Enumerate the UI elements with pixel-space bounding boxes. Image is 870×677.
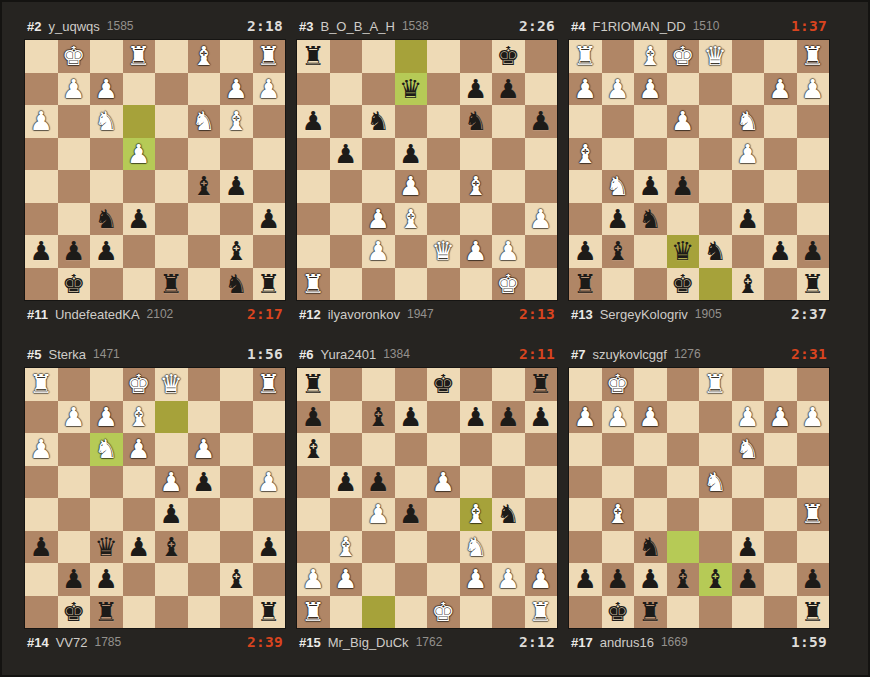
board-square xyxy=(427,105,460,138)
board-square: ♟ xyxy=(220,73,253,106)
white-pawn-piece: ♟ xyxy=(155,466,188,499)
board-square: ♟ xyxy=(395,401,428,434)
white-pawn-piece: ♟ xyxy=(460,235,493,268)
white-pawn-piece: ♟ xyxy=(362,498,395,531)
board-square xyxy=(362,73,395,106)
board-square xyxy=(732,466,765,499)
board-square xyxy=(220,368,253,401)
board-square: ♜ xyxy=(797,268,830,301)
board-square xyxy=(525,138,558,171)
white-pawn-piece: ♟ xyxy=(525,563,558,596)
board-square: ♝ xyxy=(634,40,667,73)
board-square xyxy=(732,73,765,106)
player-name-link[interactable]: szuykovlcggf xyxy=(592,347,666,362)
board-square xyxy=(297,170,330,203)
player-rating: 1762 xyxy=(416,635,443,649)
board-square xyxy=(427,401,460,434)
board-square xyxy=(58,466,91,499)
board-square: ♟ xyxy=(634,73,667,106)
white-pawn-piece: ♟ xyxy=(253,73,286,106)
player-name-link[interactable]: Mr_Big_DuCk xyxy=(328,635,409,650)
board-square: ♝ xyxy=(188,170,221,203)
board-square: ♛ xyxy=(427,235,460,268)
game-board-module: #6Yura240113842:11♜♚♜♟♝♟♟♟♟♝♟♟♟♟♟♝♞♝♞♟♟♟… xyxy=(297,340,557,656)
chess-board[interactable]: ♜♚♛♟♟♟♞♞♟♟♟♟♝♟♝♟♟♛♟♟♜♚ xyxy=(297,40,557,300)
board-square xyxy=(253,433,286,466)
board-square: ♟ xyxy=(330,138,363,171)
white-bishop-piece: ♝ xyxy=(330,531,363,564)
board-square: ♟ xyxy=(123,433,156,466)
player-seed-number: #14 xyxy=(27,635,49,650)
board-square: ♝ xyxy=(220,105,253,138)
board-square xyxy=(764,531,797,564)
board-square xyxy=(634,105,667,138)
board-square xyxy=(427,531,460,564)
white-bishop-piece: ♝ xyxy=(569,138,602,171)
board-square xyxy=(123,73,156,106)
white-rook-piece: ♜ xyxy=(297,596,330,629)
board-square: ♞ xyxy=(634,531,667,564)
board-square xyxy=(732,235,765,268)
white-pawn-piece: ♟ xyxy=(525,203,558,236)
player-rating: 1538 xyxy=(402,19,429,33)
board-square: ♜ xyxy=(797,596,830,629)
board-square: ♟ xyxy=(764,401,797,434)
board-square xyxy=(427,40,460,73)
board-square: ♜ xyxy=(797,40,830,73)
board-square: ♚ xyxy=(667,40,700,73)
board-square: ♞ xyxy=(220,268,253,301)
black-rook-piece: ♜ xyxy=(634,596,667,629)
black-pawn-piece: ♟ xyxy=(602,563,635,596)
last-move-highlight-square: ♛ xyxy=(395,73,428,106)
white-bishop-piece: ♝ xyxy=(460,498,493,531)
board-square xyxy=(188,268,221,301)
board-square xyxy=(253,170,286,203)
white-king-piece: ♚ xyxy=(602,368,635,401)
board-square xyxy=(525,40,558,73)
white-pawn-piece: ♟ xyxy=(58,401,91,434)
board-square xyxy=(569,531,602,564)
board-square xyxy=(155,203,188,236)
black-king-piece: ♚ xyxy=(602,596,635,629)
board-square: ♟ xyxy=(253,203,286,236)
board-square xyxy=(395,268,428,301)
board-square: ♟ xyxy=(123,531,156,564)
black-pawn-piece: ♟ xyxy=(25,531,58,564)
last-move-highlight-square xyxy=(155,401,188,434)
black-rook-piece: ♜ xyxy=(90,596,123,629)
chess-board[interactable]: ♜♚♛♜♟♟♝♟♞♟♟♟♟♟♟♟♛♟♝♟♟♟♝♚♜♜ xyxy=(25,368,285,628)
board-square xyxy=(569,368,602,401)
board-square: ♟ xyxy=(90,73,123,106)
player-name-link[interactable]: SergeyKologriv xyxy=(600,307,688,322)
white-bishop-piece: ♝ xyxy=(460,170,493,203)
board-square xyxy=(764,498,797,531)
board-square xyxy=(123,596,156,629)
board-square: ♞ xyxy=(90,203,123,236)
board-square: ♟ xyxy=(525,105,558,138)
board-square xyxy=(297,73,330,106)
last-move-highlight-square xyxy=(667,531,700,564)
board-square xyxy=(525,531,558,564)
black-bishop-piece: ♝ xyxy=(699,563,732,596)
board-square: ♟ xyxy=(569,563,602,596)
black-pawn-piece: ♟ xyxy=(732,531,765,564)
board-square xyxy=(634,268,667,301)
chess-board[interactable]: ♚♜♟♟♟♟♟♟♞♞♝♜♞♟♟♟♟♝♝♟♟♚♜♜ xyxy=(569,368,829,628)
board-square xyxy=(253,401,286,434)
board-square: ♟ xyxy=(362,203,395,236)
board-square: ♟ xyxy=(427,466,460,499)
board-square xyxy=(634,466,667,499)
board-square: ♟ xyxy=(732,203,765,236)
player-clock: 2:26 xyxy=(519,18,555,34)
player-seed-number: #13 xyxy=(571,307,593,322)
board-square xyxy=(569,170,602,203)
white-pawn-piece: ♟ xyxy=(732,401,765,434)
white-pawn-piece: ♟ xyxy=(569,401,602,434)
player-seed-number: #15 xyxy=(299,635,321,650)
player-name-link[interactable]: F1RIOMAN_DD xyxy=(592,19,685,34)
board-square: ♝ xyxy=(395,203,428,236)
board-square xyxy=(602,531,635,564)
black-pawn-piece: ♟ xyxy=(732,563,765,596)
board-square: ♞ xyxy=(362,105,395,138)
player-rating: 1669 xyxy=(661,635,688,649)
player-name-link[interactable]: B_O_B_A_H xyxy=(320,19,394,34)
black-rook-piece: ♜ xyxy=(297,40,330,73)
board-square xyxy=(395,105,428,138)
board-square: ♟ xyxy=(58,563,91,596)
white-pawn-piece: ♟ xyxy=(25,105,58,138)
black-knight-piece: ♞ xyxy=(90,203,123,236)
board-square xyxy=(699,138,732,171)
boards-grid: #2y_uqwqs15852:18♚♜♝♜♟♟♟♟♟♞♞♝♟♝♟♞♟♟♟♟♟♝♚… xyxy=(25,12,868,656)
last-move-highlight-square: ♝ xyxy=(699,563,732,596)
board-square xyxy=(764,563,797,596)
board-square xyxy=(667,73,700,106)
board-square xyxy=(525,235,558,268)
black-pawn-piece: ♟ xyxy=(492,401,525,434)
white-pawn-piece: ♟ xyxy=(90,73,123,106)
board-square: ♚ xyxy=(602,596,635,629)
white-rook-piece: ♜ xyxy=(797,498,830,531)
board-square: ♚ xyxy=(427,596,460,629)
board-square xyxy=(395,531,428,564)
player-name-link[interactable]: andrus16 xyxy=(600,635,654,650)
black-pawn-piece: ♟ xyxy=(764,235,797,268)
white-knight-piece: ♞ xyxy=(188,105,221,138)
bottom-player-bar: #11UndefeatedKA21022:17 xyxy=(25,300,285,328)
board-square: ♟ xyxy=(123,203,156,236)
board-square: ♟ xyxy=(220,170,253,203)
player-rating: 1785 xyxy=(95,635,122,649)
board-square xyxy=(764,203,797,236)
last-move-highlight-square: ♝ xyxy=(460,498,493,531)
white-pawn-piece: ♟ xyxy=(395,170,428,203)
board-square xyxy=(427,203,460,236)
board-square: ♟ xyxy=(297,563,330,596)
board-square: ♟ xyxy=(667,170,700,203)
white-king-piece: ♚ xyxy=(492,268,525,301)
board-square: ♟ xyxy=(797,235,830,268)
board-square: ♟ xyxy=(330,466,363,499)
black-knight-piece: ♞ xyxy=(460,105,493,138)
board-square xyxy=(569,105,602,138)
board-square: ♟ xyxy=(25,433,58,466)
white-pawn-piece: ♟ xyxy=(764,401,797,434)
white-king-piece: ♚ xyxy=(123,368,156,401)
board-square xyxy=(90,466,123,499)
black-bishop-piece: ♝ xyxy=(220,563,253,596)
board-square xyxy=(123,466,156,499)
bottom-player-bar: #12ilyavoronkov19472:13 xyxy=(297,300,557,328)
board-square: ♝ xyxy=(330,531,363,564)
board-square xyxy=(297,498,330,531)
board-square xyxy=(58,368,91,401)
black-king-piece: ♚ xyxy=(58,596,91,629)
board-square xyxy=(427,268,460,301)
board-square xyxy=(330,170,363,203)
board-square xyxy=(427,498,460,531)
player-name-link[interactable]: y_uqwqs xyxy=(48,19,99,34)
board-square: ♝ xyxy=(297,433,330,466)
board-square xyxy=(188,138,221,171)
game-board-module: #2y_uqwqs15852:18♚♜♝♜♟♟♟♟♟♞♞♝♟♝♟♞♟♟♟♟♟♝♚… xyxy=(25,12,285,328)
player-seed-number: #3 xyxy=(299,19,313,34)
board-square: ♜ xyxy=(253,596,286,629)
board-square: ♜ xyxy=(253,368,286,401)
player-name-link[interactable]: UndefeatedKA xyxy=(55,307,140,322)
board-square xyxy=(732,368,765,401)
board-square xyxy=(492,170,525,203)
board-square xyxy=(25,498,58,531)
board-square xyxy=(253,563,286,596)
board-square xyxy=(220,596,253,629)
game-board-module: #5Sterka14711:56♜♚♛♜♟♟♝♟♞♟♟♟♟♟♟♟♛♟♝♟♟♟♝♚… xyxy=(25,340,285,656)
black-pawn-piece: ♟ xyxy=(602,203,635,236)
black-queen-piece: ♛ xyxy=(667,235,700,268)
board-square: ♟ xyxy=(569,235,602,268)
black-king-piece: ♚ xyxy=(667,268,700,301)
board-square: ♟ xyxy=(460,235,493,268)
last-move-highlight-square: ♛ xyxy=(667,235,700,268)
player-clock: 2:17 xyxy=(247,306,283,322)
board-square xyxy=(25,138,58,171)
white-bishop-piece: ♝ xyxy=(220,105,253,138)
chess-board[interactable]: ♜♝♚♛♜♟♟♟♟♟♟♞♝♟♞♟♟♟♞♟♟♝♛♞♟♟♜♚♝♜ xyxy=(569,40,829,300)
board-square xyxy=(58,138,91,171)
board-square xyxy=(602,105,635,138)
board-square xyxy=(188,498,221,531)
black-king-piece: ♚ xyxy=(492,40,525,73)
board-square xyxy=(667,368,700,401)
black-rook-piece: ♜ xyxy=(569,268,602,301)
board-square xyxy=(90,368,123,401)
board-square: ♟ xyxy=(569,401,602,434)
player-seed-number: #7 xyxy=(571,347,585,362)
white-rook-piece: ♜ xyxy=(123,40,156,73)
last-move-highlight-square: ♟ xyxy=(123,138,156,171)
board-square xyxy=(460,138,493,171)
chess-board[interactable]: ♜♚♜♟♝♟♟♟♟♝♟♟♟♟♟♝♞♝♞♟♟♟♟♟♜♚♜ xyxy=(297,368,557,628)
board-square: ♚ xyxy=(492,268,525,301)
white-queen-piece: ♛ xyxy=(427,235,460,268)
board-square: ♟ xyxy=(525,203,558,236)
board-square: ♟ xyxy=(569,73,602,106)
black-queen-piece: ♛ xyxy=(395,73,428,106)
board-square xyxy=(569,433,602,466)
board-square: ♝ xyxy=(188,40,221,73)
board-square xyxy=(188,235,221,268)
board-square xyxy=(395,563,428,596)
chess-board[interactable]: ♚♜♝♜♟♟♟♟♟♞♞♝♟♝♟♞♟♟♟♟♟♝♚♜♞♜ xyxy=(25,40,285,300)
board-square xyxy=(123,268,156,301)
board-square: ♟ xyxy=(492,401,525,434)
board-square: ♟ xyxy=(797,563,830,596)
white-rook-piece: ♜ xyxy=(525,596,558,629)
board-square xyxy=(362,433,395,466)
board-square: ♜ xyxy=(90,596,123,629)
player-name-link[interactable]: ilyavoronkov xyxy=(328,307,400,322)
white-pawn-piece: ♟ xyxy=(330,563,363,596)
white-bishop-piece: ♝ xyxy=(188,40,221,73)
board-square xyxy=(492,138,525,171)
white-knight-piece: ♞ xyxy=(90,105,123,138)
game-board-module: #4F1RIOMAN_DD15101:37♜♝♚♛♜♟♟♟♟♟♟♞♝♟♞♟♟♟♞… xyxy=(569,12,829,328)
board-square xyxy=(569,203,602,236)
board-square: ♟ xyxy=(155,498,188,531)
black-knight-piece: ♞ xyxy=(362,105,395,138)
board-square xyxy=(699,203,732,236)
board-square xyxy=(123,170,156,203)
player-seed-number: #2 xyxy=(27,19,41,34)
board-square xyxy=(460,466,493,499)
board-square xyxy=(330,433,363,466)
player-rating: 1585 xyxy=(107,19,134,33)
white-knight-piece: ♞ xyxy=(602,170,635,203)
board-square xyxy=(330,105,363,138)
top-player-bar: #5Sterka14711:56 xyxy=(25,340,285,368)
white-rook-piece: ♜ xyxy=(253,40,286,73)
black-pawn-piece: ♟ xyxy=(395,401,428,434)
board-square: ♜ xyxy=(699,368,732,401)
player-rating: 1471 xyxy=(93,347,120,361)
board-square xyxy=(330,596,363,629)
board-square: ♚ xyxy=(492,40,525,73)
white-bishop-piece: ♝ xyxy=(634,40,667,73)
board-square: ♟ xyxy=(90,235,123,268)
board-square xyxy=(25,466,58,499)
board-square: ♟ xyxy=(492,563,525,596)
black-knight-piece: ♞ xyxy=(220,268,253,301)
player-name-link[interactable]: Sterka xyxy=(48,347,86,362)
board-square xyxy=(58,105,91,138)
white-pawn-piece: ♟ xyxy=(797,73,830,106)
board-square: ♟ xyxy=(634,170,667,203)
top-player-bar: #7szuykovlcggf12762:31 xyxy=(569,340,829,368)
board-square xyxy=(764,596,797,629)
board-square: ♟ xyxy=(58,401,91,434)
board-square xyxy=(492,596,525,629)
board-square: ♝ xyxy=(667,563,700,596)
black-bishop-piece: ♝ xyxy=(732,268,765,301)
board-square: ♞ xyxy=(602,170,635,203)
board-square: ♝ xyxy=(220,235,253,268)
board-square xyxy=(667,401,700,434)
black-bishop-piece: ♝ xyxy=(602,235,635,268)
board-square: ♟ xyxy=(602,563,635,596)
board-square xyxy=(667,498,700,531)
board-square: ♟ xyxy=(764,73,797,106)
board-square xyxy=(25,40,58,73)
board-square xyxy=(253,498,286,531)
board-square xyxy=(188,203,221,236)
board-square: ♞ xyxy=(188,105,221,138)
board-square xyxy=(569,498,602,531)
board-square: ♞ xyxy=(732,105,765,138)
black-pawn-piece: ♟ xyxy=(395,138,428,171)
board-square xyxy=(764,368,797,401)
black-pawn-piece: ♟ xyxy=(634,563,667,596)
board-square xyxy=(25,73,58,106)
player-name-link[interactable]: Yura2401 xyxy=(320,347,376,362)
board-square: ♜ xyxy=(155,268,188,301)
board-square: ♜ xyxy=(634,596,667,629)
board-square: ♛ xyxy=(155,368,188,401)
board-square xyxy=(797,105,830,138)
white-bishop-piece: ♝ xyxy=(123,401,156,434)
black-king-piece: ♚ xyxy=(427,368,460,401)
white-pawn-piece: ♟ xyxy=(427,466,460,499)
board-square xyxy=(427,73,460,106)
player-clock: 1:37 xyxy=(791,18,827,34)
board-square: ♜ xyxy=(25,368,58,401)
board-square: ♝ xyxy=(460,170,493,203)
board-square: ♟ xyxy=(732,401,765,434)
player-clock: 2:18 xyxy=(247,18,283,34)
black-rook-piece: ♜ xyxy=(253,268,286,301)
black-pawn-piece: ♟ xyxy=(90,563,123,596)
board-square xyxy=(525,498,558,531)
black-pawn-piece: ♟ xyxy=(58,563,91,596)
board-square xyxy=(58,433,91,466)
black-pawn-piece: ♟ xyxy=(569,563,602,596)
tournament-boards-page: #2y_uqwqs15852:18♚♜♝♜♟♟♟♟♟♞♞♝♟♝♟♞♟♟♟♟♟♝♚… xyxy=(0,0,870,677)
white-knight-piece: ♞ xyxy=(732,433,765,466)
bottom-player-bar: #17andrus1616691:59 xyxy=(569,628,829,656)
board-square: ♚ xyxy=(667,268,700,301)
player-rating: 1510 xyxy=(693,19,720,33)
board-square xyxy=(395,466,428,499)
black-pawn-piece: ♟ xyxy=(395,498,428,531)
board-square xyxy=(220,40,253,73)
player-name-link[interactable]: VV72 xyxy=(56,635,88,650)
board-square xyxy=(602,40,635,73)
board-square xyxy=(25,401,58,434)
board-square xyxy=(395,368,428,401)
black-knight-piece: ♞ xyxy=(634,531,667,564)
board-square xyxy=(569,596,602,629)
board-square: ♟ xyxy=(155,466,188,499)
white-pawn-piece: ♟ xyxy=(797,401,830,434)
black-pawn-piece: ♟ xyxy=(330,138,363,171)
board-square xyxy=(699,433,732,466)
white-queen-piece: ♛ xyxy=(699,40,732,73)
board-square: ♞ xyxy=(460,531,493,564)
board-square xyxy=(492,433,525,466)
